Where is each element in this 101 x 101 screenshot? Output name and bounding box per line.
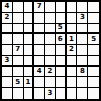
- given-cell-r7c4[interactable]: 4: [34, 67, 45, 78]
- cell-r3c2[interactable]: [13, 24, 24, 35]
- cell-r4c8[interactable]: [77, 34, 88, 45]
- cell-r8c6[interactable]: [56, 77, 67, 88]
- given-cell-r3c6[interactable]: 5: [56, 24, 67, 35]
- cell-r9c3[interactable]: [24, 88, 35, 99]
- cell-r9c6[interactable]: [56, 88, 67, 99]
- cell-r1c6[interactable]: [56, 2, 67, 13]
- cell-r3c7[interactable]: [67, 24, 78, 35]
- cell-r8c9[interactable]: [88, 77, 99, 88]
- cell-r7c2[interactable]: [13, 67, 24, 78]
- cell-r2c5[interactable]: [45, 13, 56, 24]
- cell-r5c9[interactable]: [88, 45, 99, 56]
- cell-r3c9[interactable]: [88, 24, 99, 35]
- given-cell-r2c1[interactable]: 2: [2, 13, 13, 24]
- cell-r5c8[interactable]: [77, 45, 88, 56]
- given-cell-r9c5[interactable]: 3: [45, 88, 56, 99]
- cell-r2c9[interactable]: [88, 13, 99, 24]
- cell-r5c4[interactable]: [34, 45, 45, 56]
- given-cell-r8c2[interactable]: 5: [13, 77, 24, 88]
- cell-r8c4[interactable]: [34, 77, 45, 88]
- cell-r5c6[interactable]: [56, 45, 67, 56]
- cell-r2c4[interactable]: [34, 13, 45, 24]
- cell-r9c8[interactable]: [77, 88, 88, 99]
- given-cell-r8c3[interactable]: 1: [24, 77, 35, 88]
- cell-r3c4[interactable]: [34, 24, 45, 35]
- cell-r6c8[interactable]: [77, 56, 88, 67]
- given-cell-r5c2[interactable]: 7: [13, 45, 24, 56]
- given-cell-r4c6[interactable]: 6: [56, 34, 67, 45]
- cell-r6c3[interactable]: [24, 56, 35, 67]
- cell-r1c2[interactable]: [13, 2, 24, 13]
- cell-r6c7[interactable]: [67, 56, 78, 67]
- cell-r3c5[interactable]: [45, 24, 56, 35]
- cell-r4c5[interactable]: [45, 34, 56, 45]
- cell-r3c8[interactable]: [77, 24, 88, 35]
- cell-r2c2[interactable]: [13, 13, 24, 24]
- cell-r7c9[interactable]: [88, 67, 99, 78]
- cell-r9c7[interactable]: [67, 88, 78, 99]
- given-cell-r5c7[interactable]: 2: [67, 45, 78, 56]
- cell-r5c1[interactable]: [2, 45, 13, 56]
- cell-r1c5[interactable]: [45, 2, 56, 13]
- cell-r5c5[interactable]: [45, 45, 56, 56]
- cell-r8c8[interactable]: [77, 77, 88, 88]
- cell-r9c4[interactable]: [34, 88, 45, 99]
- cell-r9c2[interactable]: [13, 88, 24, 99]
- cell-r8c5[interactable]: [45, 77, 56, 88]
- cell-r2c7[interactable]: [67, 13, 78, 24]
- given-cell-r4c7[interactable]: 1: [67, 34, 78, 45]
- given-cell-r6c1[interactable]: 3: [2, 56, 13, 67]
- cell-r6c5[interactable]: [45, 56, 56, 67]
- cell-r7c6[interactable]: [56, 67, 67, 78]
- cell-r4c3[interactable]: [24, 34, 35, 45]
- cell-r8c7[interactable]: [67, 77, 78, 88]
- cell-r5c3[interactable]: [24, 45, 35, 56]
- cell-r6c6[interactable]: [56, 56, 67, 67]
- cell-r7c1[interactable]: [2, 67, 13, 78]
- cell-r2c6[interactable]: [56, 13, 67, 24]
- cell-r2c3[interactable]: [24, 13, 35, 24]
- given-cell-r7c5[interactable]: 2: [45, 67, 56, 78]
- cell-r6c9[interactable]: [88, 56, 99, 67]
- sudoku-board: 47235615723428513: [0, 0, 101, 101]
- given-cell-r2c8[interactable]: 3: [77, 13, 88, 24]
- cell-r1c9[interactable]: [88, 2, 99, 13]
- cell-r4c2[interactable]: [13, 34, 24, 45]
- cell-r1c8[interactable]: [77, 2, 88, 13]
- given-cell-r7c8[interactable]: 8: [77, 67, 88, 78]
- given-cell-r1c1[interactable]: 4: [2, 2, 13, 13]
- cell-r9c1[interactable]: [2, 88, 13, 99]
- cell-r9c9[interactable]: [88, 88, 99, 99]
- cell-r4c1[interactable]: [2, 34, 13, 45]
- cell-r7c7[interactable]: [67, 67, 78, 78]
- cell-r4c4[interactable]: [34, 34, 45, 45]
- cell-r7c3[interactable]: [24, 67, 35, 78]
- given-cell-r1c4[interactable]: 7: [34, 2, 45, 13]
- cell-r6c2[interactable]: [13, 56, 24, 67]
- cell-r1c3[interactable]: [24, 2, 35, 13]
- cell-r3c1[interactable]: [2, 24, 13, 35]
- cell-r8c1[interactable]: [2, 77, 13, 88]
- cell-r6c4[interactable]: [34, 56, 45, 67]
- cell-r3c3[interactable]: [24, 24, 35, 35]
- cell-r1c7[interactable]: [67, 2, 78, 13]
- given-cell-r4c9[interactable]: 5: [88, 34, 99, 45]
